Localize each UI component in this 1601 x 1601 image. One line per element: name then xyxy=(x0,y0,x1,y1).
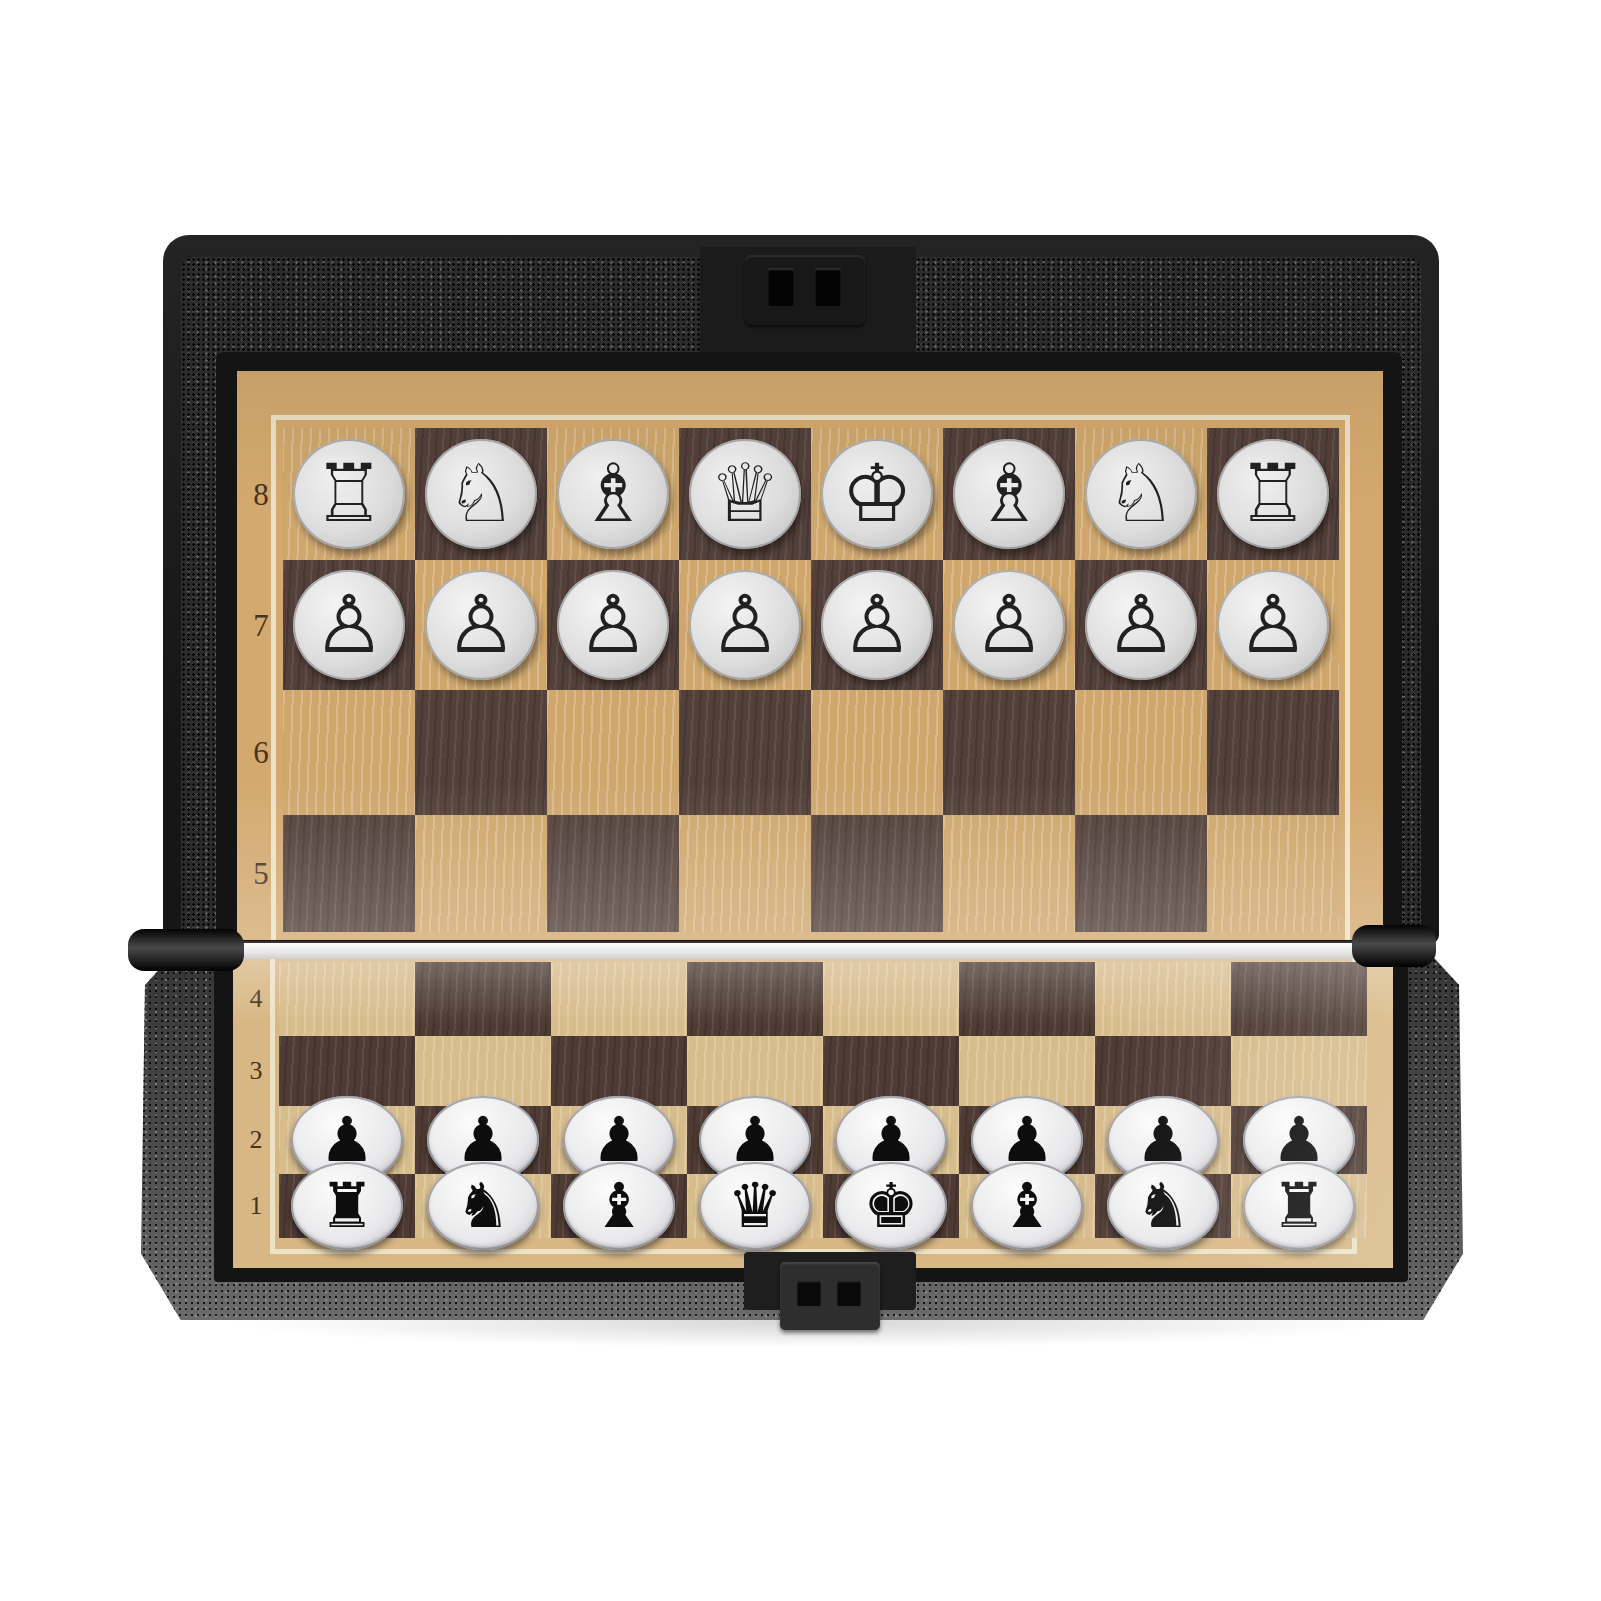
black-bishop-icon: ♝ xyxy=(999,1175,1055,1237)
white-pawn-icon: ♙ xyxy=(1105,585,1177,665)
hinge-barrel-right xyxy=(1352,925,1436,967)
square-c6 xyxy=(547,690,679,815)
black-knight-icon: ♞ xyxy=(1135,1175,1191,1237)
piece-white-knight-b8[interactable]: ♘ xyxy=(425,439,537,549)
square-f6 xyxy=(943,690,1075,815)
square-f7: ♙ xyxy=(943,560,1075,690)
square-b8: ♘ xyxy=(415,428,547,560)
piece-white-king-e8[interactable]: ♔ xyxy=(821,439,933,549)
square-a1: ♜ xyxy=(279,1174,415,1238)
rank-label-1: 1 xyxy=(239,1191,273,1221)
rank-label-3: 3 xyxy=(239,1056,273,1086)
square-d5 xyxy=(679,815,811,932)
square-e8: ♔ xyxy=(811,428,943,560)
piece-white-rook-a8[interactable]: ♖ xyxy=(293,439,405,549)
square-h1: ♜ xyxy=(1231,1174,1367,1238)
square-g7: ♙ xyxy=(1075,560,1207,690)
square-d1: ♛ xyxy=(687,1174,823,1238)
square-c7: ♙ xyxy=(547,560,679,690)
piece-white-knight-g8[interactable]: ♘ xyxy=(1085,439,1197,549)
square-f5 xyxy=(943,815,1075,932)
square-a8: ♖ xyxy=(283,428,415,560)
black-rook-icon: ♜ xyxy=(319,1175,375,1237)
piece-white-bishop-f8[interactable]: ♗ xyxy=(953,439,1065,549)
piece-black-bishop-f1[interactable]: ♝ xyxy=(971,1162,1083,1250)
piece-white-pawn-b7[interactable]: ♙ xyxy=(425,570,537,680)
white-knight-icon: ♘ xyxy=(445,454,517,534)
square-b5 xyxy=(415,815,547,932)
square-e7: ♙ xyxy=(811,560,943,690)
black-rook-icon: ♜ xyxy=(1271,1175,1327,1237)
square-d8: ♕ xyxy=(679,428,811,560)
piece-black-rook-h1[interactable]: ♜ xyxy=(1243,1162,1355,1250)
black-king-icon: ♚ xyxy=(863,1175,919,1237)
square-b7: ♙ xyxy=(415,560,547,690)
lid-latch[interactable] xyxy=(745,255,865,325)
square-f8: ♗ xyxy=(943,428,1075,560)
white-knight-icon: ♘ xyxy=(1105,454,1177,534)
piece-white-bishop-c8[interactable]: ♗ xyxy=(557,439,669,549)
white-bishop-icon: ♗ xyxy=(577,454,649,534)
square-h7: ♙ xyxy=(1207,560,1339,690)
square-g6 xyxy=(1075,690,1207,815)
square-a7: ♙ xyxy=(283,560,415,690)
piece-white-pawn-f7[interactable]: ♙ xyxy=(953,570,1065,680)
square-c4 xyxy=(551,962,687,1036)
piece-white-pawn-g7[interactable]: ♙ xyxy=(1085,570,1197,680)
piece-white-pawn-h7[interactable]: ♙ xyxy=(1217,570,1329,680)
white-queen-icon: ♕ xyxy=(709,454,781,534)
square-g1: ♞ xyxy=(1095,1174,1231,1238)
square-h4 xyxy=(1231,962,1367,1036)
square-h6 xyxy=(1207,690,1339,815)
rank-label-6: 6 xyxy=(244,735,278,771)
square-b6 xyxy=(415,690,547,815)
white-rook-icon: ♖ xyxy=(1237,454,1309,534)
square-d7: ♙ xyxy=(679,560,811,690)
square-f1: ♝ xyxy=(959,1174,1095,1238)
chessboard-bottom-half: ♟♟♟♟♟♟♟♟♜♞♝♛♚♝♞♜4321 xyxy=(233,956,1393,1268)
hinge xyxy=(225,941,1395,959)
square-a4 xyxy=(279,962,415,1036)
piece-white-pawn-d7[interactable]: ♙ xyxy=(689,570,801,680)
square-g8: ♘ xyxy=(1075,428,1207,560)
piece-white-pawn-a7[interactable]: ♙ xyxy=(293,570,405,680)
square-c8: ♗ xyxy=(547,428,679,560)
latch-slot-icon xyxy=(837,1280,861,1306)
square-e6 xyxy=(811,690,943,815)
black-bishop-icon: ♝ xyxy=(591,1175,647,1237)
square-c5 xyxy=(547,815,679,932)
pocket-chess-set-photo: ♖♘♗♕♔♗♘♖♙♙♙♙♙♙♙♙8765 ♟♟♟♟♟♟♟♟♜♞♝♛♚♝♞♜432… xyxy=(0,0,1601,1601)
piece-black-bishop-c1[interactable]: ♝ xyxy=(563,1162,675,1250)
square-b1: ♞ xyxy=(415,1174,551,1238)
square-a5 xyxy=(283,815,415,932)
square-d6 xyxy=(679,690,811,815)
rank-label-5: 5 xyxy=(244,856,278,892)
white-pawn-icon: ♙ xyxy=(973,585,1045,665)
square-f4 xyxy=(959,962,1095,1036)
square-b4 xyxy=(415,962,551,1036)
square-e4 xyxy=(823,962,959,1036)
black-knight-icon: ♞ xyxy=(455,1175,511,1237)
white-pawn-icon: ♙ xyxy=(709,585,781,665)
black-queen-icon: ♛ xyxy=(727,1175,783,1237)
white-pawn-icon: ♙ xyxy=(577,585,649,665)
rank-label-4: 4 xyxy=(239,984,273,1014)
chessboard-top-half: ♖♘♗♕♔♗♘♖♙♙♙♙♙♙♙♙8765 xyxy=(237,371,1383,940)
white-bishop-icon: ♗ xyxy=(973,454,1045,534)
square-a6 xyxy=(283,690,415,815)
square-h8: ♖ xyxy=(1207,428,1339,560)
piece-black-rook-a1[interactable]: ♜ xyxy=(291,1162,403,1250)
piece-white-pawn-c7[interactable]: ♙ xyxy=(557,570,669,680)
piece-white-rook-h8[interactable]: ♖ xyxy=(1217,439,1329,549)
piece-black-knight-b1[interactable]: ♞ xyxy=(427,1162,539,1250)
piece-black-king-e1[interactable]: ♚ xyxy=(835,1162,947,1250)
hinge-barrel-left xyxy=(128,929,244,971)
rank-label-2: 2 xyxy=(239,1125,273,1155)
piece-white-queen-d8[interactable]: ♕ xyxy=(689,439,801,549)
piece-black-queen-d1[interactable]: ♛ xyxy=(699,1162,811,1250)
square-e1: ♚ xyxy=(823,1174,959,1238)
square-g4 xyxy=(1095,962,1231,1036)
square-d4 xyxy=(687,962,823,1036)
tray-latch[interactable] xyxy=(780,1262,880,1330)
white-pawn-icon: ♙ xyxy=(313,585,385,665)
rank-label-7: 7 xyxy=(244,608,278,644)
square-c1: ♝ xyxy=(551,1174,687,1238)
square-e5 xyxy=(811,815,943,932)
latch-slot-icon xyxy=(768,268,794,306)
piece-black-knight-g1[interactable]: ♞ xyxy=(1107,1162,1219,1250)
piece-white-pawn-e7[interactable]: ♙ xyxy=(821,570,933,680)
white-pawn-icon: ♙ xyxy=(841,585,913,665)
square-g5 xyxy=(1075,815,1207,932)
square-h5 xyxy=(1207,815,1339,932)
white-king-icon: ♔ xyxy=(841,454,913,534)
white-rook-icon: ♖ xyxy=(313,454,385,534)
white-pawn-icon: ♙ xyxy=(445,585,517,665)
latch-slot-icon xyxy=(815,268,841,306)
latch-slot-icon xyxy=(797,1280,821,1306)
rank-label-8: 8 xyxy=(244,477,278,513)
white-pawn-icon: ♙ xyxy=(1237,585,1309,665)
